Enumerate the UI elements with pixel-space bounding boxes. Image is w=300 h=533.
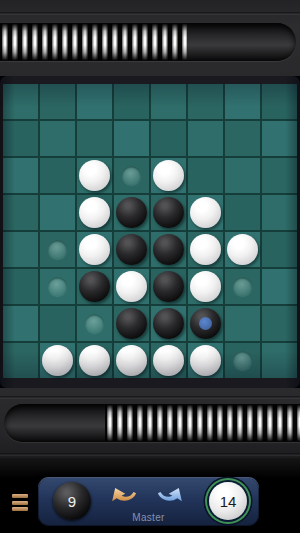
bottom-tray-channel: [4, 404, 300, 442]
black-disc: [190, 308, 221, 339]
black-disc: [153, 234, 184, 265]
cell-b8[interactable]: [40, 343, 75, 378]
cell-d7[interactable]: [114, 306, 149, 341]
cell-d2[interactable]: [114, 121, 149, 156]
bottom-disc-tray: [0, 388, 300, 458]
board-frame: [0, 76, 300, 388]
hamburger-icon: [12, 494, 28, 498]
cell-d5[interactable]: [114, 232, 149, 267]
cell-b1[interactable]: [40, 84, 75, 119]
cell-a4[interactable]: [3, 195, 38, 230]
white-disc: [79, 160, 110, 191]
legal-move-hint: [233, 277, 252, 296]
cell-e1[interactable]: [151, 84, 186, 119]
cell-g2[interactable]: [225, 121, 260, 156]
last-move-marker: [199, 317, 212, 330]
redo-icon: [156, 484, 184, 504]
black-disc: [153, 271, 184, 302]
legal-move-hint: [233, 351, 252, 370]
black-disc: [79, 271, 110, 302]
cell-h6[interactable]: [262, 269, 297, 304]
cell-h1[interactable]: [262, 84, 297, 119]
white-disc: [42, 345, 73, 376]
cell-c2[interactable]: [77, 121, 112, 156]
white-disc: [190, 197, 221, 228]
black-disc: [153, 197, 184, 228]
top-tray-channel: [0, 23, 296, 61]
cell-h4[interactable]: [262, 195, 297, 230]
cell-d3[interactable]: [114, 158, 149, 193]
board: [3, 84, 297, 378]
cell-e8[interactable]: [151, 343, 186, 378]
white-disc: [190, 345, 221, 376]
game-hud-panel: 9: [38, 477, 259, 526]
cell-a2[interactable]: [3, 121, 38, 156]
cell-g3[interactable]: [225, 158, 260, 193]
cell-a7[interactable]: [3, 306, 38, 341]
black-disc: [153, 308, 184, 339]
cell-c4[interactable]: [77, 195, 112, 230]
cell-b4[interactable]: [40, 195, 75, 230]
cell-a3[interactable]: [3, 158, 38, 193]
cell-h3[interactable]: [262, 158, 297, 193]
white-disc: [116, 345, 147, 376]
difficulty-label: Master: [38, 512, 259, 523]
redo-button[interactable]: [156, 484, 184, 504]
cell-b3[interactable]: [40, 158, 75, 193]
cell-c7[interactable]: [77, 306, 112, 341]
cell-c1[interactable]: [77, 84, 112, 119]
cell-e5[interactable]: [151, 232, 186, 267]
cell-d8[interactable]: [114, 343, 149, 378]
black-disc: [116, 308, 147, 339]
cell-g4[interactable]: [225, 195, 260, 230]
top-tray-disc-stack: [0, 24, 187, 60]
cell-d6[interactable]: [114, 269, 149, 304]
legal-move-hint: [48, 277, 67, 296]
cell-f2[interactable]: [188, 121, 223, 156]
white-disc: [116, 271, 147, 302]
cell-f7[interactable]: [188, 306, 223, 341]
cell-d1[interactable]: [114, 84, 149, 119]
cell-c6[interactable]: [77, 269, 112, 304]
cell-c3[interactable]: [77, 158, 112, 193]
cell-g1[interactable]: [225, 84, 260, 119]
cell-a1[interactable]: [3, 84, 38, 119]
menu-button[interactable]: [12, 494, 28, 514]
bottom-tray-disc-stack: [105, 405, 300, 441]
cell-c5[interactable]: [77, 232, 112, 267]
cell-b6[interactable]: [40, 269, 75, 304]
black-disc: [116, 234, 147, 265]
cell-e4[interactable]: [151, 195, 186, 230]
cell-f8[interactable]: [188, 343, 223, 378]
legal-move-hint: [122, 166, 141, 185]
cell-f4[interactable]: [188, 195, 223, 230]
white-disc: [153, 160, 184, 191]
white-disc: [79, 197, 110, 228]
white-disc: [190, 234, 221, 265]
cell-f6[interactable]: [188, 269, 223, 304]
cell-c8[interactable]: [77, 343, 112, 378]
cell-h7[interactable]: [262, 306, 297, 341]
cell-a6[interactable]: [3, 269, 38, 304]
undo-button[interactable]: [110, 484, 138, 504]
white-disc: [79, 345, 110, 376]
cell-h5[interactable]: [262, 232, 297, 267]
cell-e6[interactable]: [151, 269, 186, 304]
black-score: 9: [68, 493, 76, 510]
tray-seam: [0, 396, 300, 399]
black-disc: [116, 197, 147, 228]
white-disc: [153, 345, 184, 376]
legal-move-hint: [48, 240, 67, 259]
cell-e2[interactable]: [151, 121, 186, 156]
cell-g6[interactable]: [225, 269, 260, 304]
white-disc: [227, 234, 258, 265]
white-disc: [79, 234, 110, 265]
white-disc: [190, 271, 221, 302]
cell-a5[interactable]: [3, 232, 38, 267]
cell-f1[interactable]: [188, 84, 223, 119]
tray-seam: [0, 453, 300, 456]
cell-f3[interactable]: [188, 158, 223, 193]
cell-h8[interactable]: [262, 343, 297, 378]
tray-seam: [0, 12, 300, 15]
cell-d4[interactable]: [114, 195, 149, 230]
cell-e7[interactable]: [151, 306, 186, 341]
legal-move-hint: [85, 314, 104, 333]
cell-h2[interactable]: [262, 121, 297, 156]
cell-b7[interactable]: [40, 306, 75, 341]
app-screen: 9: [0, 0, 300, 533]
cell-g7[interactable]: [225, 306, 260, 341]
cell-g8[interactable]: [225, 343, 260, 378]
white-score: 14: [220, 493, 237, 510]
cell-e3[interactable]: [151, 158, 186, 193]
cell-g5[interactable]: [225, 232, 260, 267]
cell-b2[interactable]: [40, 121, 75, 156]
top-disc-tray: [0, 0, 300, 76]
cell-a8[interactable]: [3, 343, 38, 378]
cell-f5[interactable]: [188, 232, 223, 267]
cell-b5[interactable]: [40, 232, 75, 267]
control-bar: 9: [0, 458, 300, 533]
undo-icon: [110, 484, 138, 504]
